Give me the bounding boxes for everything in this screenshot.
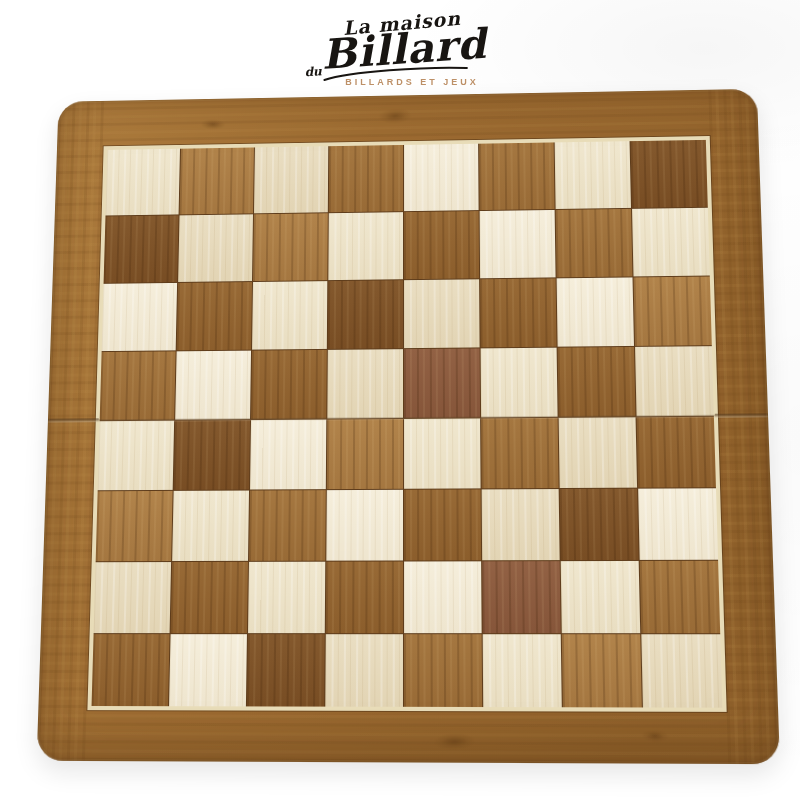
square-a7: [104, 215, 179, 282]
square-c7: [253, 213, 328, 281]
square-h6: [634, 276, 712, 345]
square-d3: [326, 490, 403, 561]
wood-knot: [434, 733, 476, 751]
wood-knot: [200, 119, 225, 130]
square-b2: [171, 562, 248, 633]
square-d4: [327, 419, 403, 489]
square-g3: [560, 489, 639, 560]
square-e2: [404, 561, 482, 633]
chessboard-frame: [37, 89, 780, 764]
square-a3: [96, 491, 173, 561]
square-a5: [100, 351, 176, 420]
square-a2: [94, 562, 171, 633]
square-h7: [632, 208, 710, 277]
square-f8: [479, 142, 554, 210]
square-b1: [169, 634, 247, 706]
fold-seam-left-hinge: [48, 418, 99, 422]
square-f4: [481, 418, 559, 489]
square-d8: [329, 145, 403, 212]
square-a4: [98, 421, 174, 491]
square-c8: [254, 146, 328, 213]
square-e5: [404, 348, 480, 418]
square-f2: [482, 561, 561, 633]
square-c6: [252, 281, 327, 350]
square-d2: [326, 562, 403, 634]
brand-logo: La maison duBillard BILLARDS ET JEUX: [275, 12, 515, 87]
square-a8: [105, 149, 179, 216]
square-g8: [555, 141, 631, 209]
square-h3: [638, 488, 718, 560]
wood-knot: [378, 107, 412, 124]
square-h2: [640, 561, 720, 633]
square-g6: [557, 277, 634, 346]
square-h1: [641, 634, 722, 707]
square-e7: [404, 211, 479, 279]
fold-seam-right-hinge: [715, 413, 768, 417]
maple-inlay-border: [87, 136, 726, 712]
square-g2: [561, 561, 641, 633]
square-d6: [328, 280, 403, 349]
square-b3: [172, 491, 249, 562]
wood-knot: [641, 729, 669, 743]
square-g5: [558, 347, 636, 417]
square-g7: [556, 209, 633, 278]
square-f3: [482, 489, 560, 560]
square-b8: [180, 147, 254, 214]
square-a1: [92, 634, 170, 706]
square-f5: [481, 348, 558, 418]
square-d7: [328, 212, 403, 280]
square-b6: [177, 282, 252, 350]
square-e1: [404, 634, 482, 707]
square-g1: [562, 634, 642, 707]
square-f1: [483, 634, 562, 707]
square-f7: [480, 210, 556, 278]
square-b7: [178, 214, 253, 282]
chessboard-photo: [403, 418, 764, 755]
square-h5: [635, 346, 714, 416]
square-c2: [248, 562, 325, 633]
square-d5: [327, 349, 403, 418]
chess-board-grid: [92, 140, 723, 708]
square-f6: [480, 278, 556, 347]
square-c3: [249, 490, 326, 561]
square-e6: [404, 279, 480, 348]
square-e4: [404, 418, 481, 488]
square-e8: [404, 144, 479, 211]
square-a6: [102, 283, 177, 351]
square-c4: [250, 420, 326, 490]
square-g4: [559, 417, 637, 488]
square-b4: [174, 420, 250, 490]
square-d1: [325, 634, 403, 707]
square-c1: [247, 634, 325, 706]
square-h4: [637, 417, 716, 488]
square-e3: [404, 489, 481, 560]
square-c5: [251, 350, 327, 419]
square-b5: [175, 351, 251, 420]
square-h8: [631, 140, 708, 208]
